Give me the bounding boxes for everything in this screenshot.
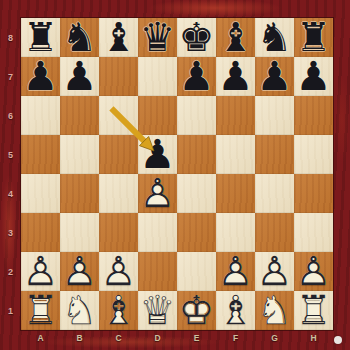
square-h8[interactable]: ♜ <box>294 18 333 57</box>
rank-label-4: 4 <box>0 174 21 213</box>
square-a3[interactable] <box>21 213 60 252</box>
square-a2[interactable]: ♟♙ <box>21 252 60 291</box>
square-c6[interactable] <box>99 96 138 135</box>
rank-labels: 87654321 <box>0 18 21 330</box>
square-e4[interactable] <box>177 174 216 213</box>
white-piece-outline: ♖ <box>21 291 60 330</box>
square-g2[interactable]: ♟♙ <box>255 252 294 291</box>
chess-board: ♜♞♝♛♚♝♞♜♟♟♟♟♟♟♟♟♙♟♙♟♙♟♙♟♙♟♙♟♙♜♖♞♘♝♗♛♕♚♔♝… <box>21 18 333 330</box>
piece-white-knight-g1[interactable]: ♞♘ <box>255 291 294 330</box>
square-e2[interactable] <box>177 252 216 291</box>
square-f2[interactable]: ♟♙ <box>216 252 255 291</box>
square-d7[interactable] <box>138 57 177 96</box>
square-b6[interactable] <box>60 96 99 135</box>
piece-white-king-e1[interactable]: ♚♔ <box>177 291 216 330</box>
file-label-d: D <box>138 331 177 345</box>
piece-white-pawn-h2[interactable]: ♟♙ <box>294 252 333 291</box>
file-label-f: F <box>216 331 255 345</box>
square-g1[interactable]: ♞♘ <box>255 291 294 330</box>
white-piece-outline: ♙ <box>60 252 99 291</box>
square-g7[interactable]: ♟ <box>255 57 294 96</box>
square-d5[interactable]: ♟ <box>138 135 177 174</box>
piece-white-pawn-b2[interactable]: ♟♙ <box>60 252 99 291</box>
square-h1[interactable]: ♜♖ <box>294 291 333 330</box>
file-label-a: A <box>21 331 60 345</box>
rank-label-5: 5 <box>0 135 21 174</box>
square-a7[interactable]: ♟ <box>21 57 60 96</box>
square-g5[interactable] <box>255 135 294 174</box>
square-g8[interactable]: ♞ <box>255 18 294 57</box>
square-e3[interactable] <box>177 213 216 252</box>
piece-black-pawn-h7[interactable]: ♟ <box>294 57 333 96</box>
rank-label-2: 2 <box>0 252 21 291</box>
square-h7[interactable]: ♟ <box>294 57 333 96</box>
square-d8[interactable]: ♛ <box>138 18 177 57</box>
white-piece-outline: ♙ <box>216 252 255 291</box>
square-b1[interactable]: ♞♘ <box>60 291 99 330</box>
square-h6[interactable] <box>294 96 333 135</box>
piece-black-knight-g8[interactable]: ♞ <box>255 18 294 57</box>
white-piece-outline: ♙ <box>21 252 60 291</box>
chess-diagram: 87654321 ABCDEFGH ♜♞♝♛♚♝♞♜♟♟♟♟♟♟♟♟♙♟♙♟♙♟… <box>0 0 350 350</box>
square-f8[interactable]: ♝ <box>216 18 255 57</box>
square-h3[interactable] <box>294 213 333 252</box>
file-label-b: B <box>60 331 99 345</box>
square-b7[interactable]: ♟ <box>60 57 99 96</box>
square-c3[interactable] <box>99 213 138 252</box>
square-b2[interactable]: ♟♙ <box>60 252 99 291</box>
white-piece-outline: ♔ <box>177 291 216 330</box>
piece-white-pawn-a2[interactable]: ♟♙ <box>21 252 60 291</box>
piece-black-bishop-f8[interactable]: ♝ <box>216 18 255 57</box>
file-label-e: E <box>177 331 216 345</box>
piece-black-king-e8[interactable]: ♚ <box>177 18 216 57</box>
square-a6[interactable] <box>21 96 60 135</box>
square-c4[interactable] <box>99 174 138 213</box>
piece-black-knight-b8[interactable]: ♞ <box>60 18 99 57</box>
piece-black-rook-h8[interactable]: ♜ <box>294 18 333 57</box>
piece-black-pawn-g7[interactable]: ♟ <box>255 57 294 96</box>
square-c7[interactable] <box>99 57 138 96</box>
square-f5[interactable] <box>216 135 255 174</box>
square-c1[interactable]: ♝♗ <box>99 291 138 330</box>
square-f7[interactable]: ♟ <box>216 57 255 96</box>
piece-black-pawn-d5[interactable]: ♟ <box>138 135 177 174</box>
square-g6[interactable] <box>255 96 294 135</box>
piece-black-rook-a8[interactable]: ♜ <box>21 18 60 57</box>
piece-white-bishop-f1[interactable]: ♝♗ <box>216 291 255 330</box>
white-piece-outline: ♘ <box>60 291 99 330</box>
piece-white-queen-d1[interactable]: ♛♕ <box>138 291 177 330</box>
square-f6[interactable] <box>216 96 255 135</box>
corner-dot <box>334 336 342 344</box>
square-a5[interactable] <box>21 135 60 174</box>
square-e6[interactable] <box>177 96 216 135</box>
file-label-c: C <box>99 331 138 345</box>
piece-black-pawn-b7[interactable]: ♟ <box>60 57 99 96</box>
piece-black-pawn-f7[interactable]: ♟ <box>216 57 255 96</box>
file-label-h: H <box>294 331 333 345</box>
square-e5[interactable] <box>177 135 216 174</box>
white-piece-outline: ♙ <box>138 174 177 213</box>
piece-white-knight-b1[interactable]: ♞♘ <box>60 291 99 330</box>
white-piece-outline: ♖ <box>294 291 333 330</box>
square-e8[interactable]: ♚ <box>177 18 216 57</box>
rank-label-7: 7 <box>0 57 21 96</box>
rank-label-6: 6 <box>0 96 21 135</box>
piece-white-rook-a1[interactable]: ♜♖ <box>21 291 60 330</box>
white-piece-outline: ♗ <box>216 291 255 330</box>
square-h2[interactable]: ♟♙ <box>294 252 333 291</box>
piece-white-rook-h1[interactable]: ♜♖ <box>294 291 333 330</box>
square-b3[interactable] <box>60 213 99 252</box>
piece-white-pawn-g2[interactable]: ♟♙ <box>255 252 294 291</box>
white-piece-outline: ♙ <box>294 252 333 291</box>
rank-label-3: 3 <box>0 213 21 252</box>
square-b8[interactable]: ♞ <box>60 18 99 57</box>
square-c5[interactable] <box>99 135 138 174</box>
white-piece-outline: ♙ <box>99 252 138 291</box>
square-d3[interactable] <box>138 213 177 252</box>
square-f1[interactable]: ♝♗ <box>216 291 255 330</box>
white-piece-outline: ♙ <box>255 252 294 291</box>
square-f4[interactable] <box>216 174 255 213</box>
piece-white-pawn-c2[interactable]: ♟♙ <box>99 252 138 291</box>
white-piece-outline: ♗ <box>99 291 138 330</box>
rank-label-1: 1 <box>0 291 21 330</box>
square-b4[interactable] <box>60 174 99 213</box>
piece-white-bishop-c1[interactable]: ♝♗ <box>99 291 138 330</box>
piece-white-pawn-d4[interactable]: ♟♙ <box>138 174 177 213</box>
file-labels: ABCDEFGH <box>21 331 333 345</box>
square-d1[interactable]: ♛♕ <box>138 291 177 330</box>
square-h5[interactable] <box>294 135 333 174</box>
square-g3[interactable] <box>255 213 294 252</box>
square-e7[interactable]: ♟ <box>177 57 216 96</box>
piece-black-queen-d8[interactable]: ♛ <box>138 18 177 57</box>
white-piece-outline: ♘ <box>255 291 294 330</box>
piece-black-pawn-a7[interactable]: ♟ <box>21 57 60 96</box>
square-b5[interactable] <box>60 135 99 174</box>
square-a1[interactable]: ♜♖ <box>21 291 60 330</box>
square-h4[interactable] <box>294 174 333 213</box>
piece-black-pawn-e7[interactable]: ♟ <box>177 57 216 96</box>
square-d6[interactable] <box>138 96 177 135</box>
square-d2[interactable] <box>138 252 177 291</box>
square-e1[interactable]: ♚♔ <box>177 291 216 330</box>
rank-label-8: 8 <box>0 18 21 57</box>
square-g4[interactable] <box>255 174 294 213</box>
square-c8[interactable]: ♝ <box>99 18 138 57</box>
square-c2[interactable]: ♟♙ <box>99 252 138 291</box>
square-a4[interactable] <box>21 174 60 213</box>
square-f3[interactable] <box>216 213 255 252</box>
file-label-g: G <box>255 331 294 345</box>
white-piece-outline: ♕ <box>138 291 177 330</box>
piece-black-bishop-c8[interactable]: ♝ <box>99 18 138 57</box>
square-a8[interactable]: ♜ <box>21 18 60 57</box>
square-d4[interactable]: ♟♙ <box>138 174 177 213</box>
piece-white-pawn-f2[interactable]: ♟♙ <box>216 252 255 291</box>
